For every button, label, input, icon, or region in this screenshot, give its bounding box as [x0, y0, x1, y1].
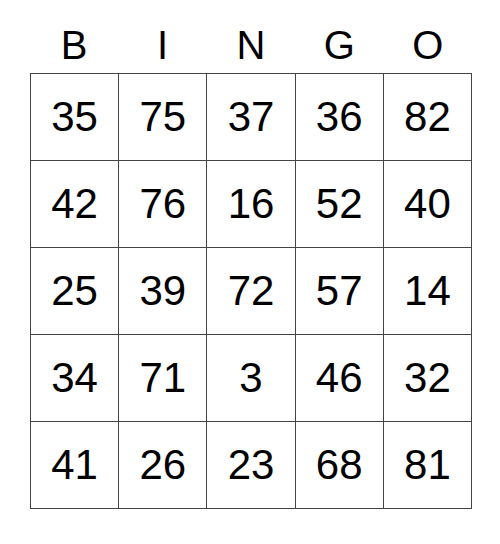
bingo-cell[interactable]: 72: [207, 248, 295, 335]
bingo-cell[interactable]: 25: [31, 248, 119, 335]
header-letter: I: [118, 25, 206, 73]
bingo-cell[interactable]: 46: [296, 335, 384, 422]
bingo-cell[interactable]: 40: [384, 161, 472, 248]
bingo-cell[interactable]: 71: [119, 335, 207, 422]
bingo-grid: 3575373682427616524025397257143471346324…: [30, 73, 472, 509]
header-letter: B: [30, 25, 118, 73]
bingo-cell[interactable]: 35: [31, 74, 119, 161]
bingo-cell[interactable]: 3: [207, 335, 295, 422]
bingo-cell[interactable]: 68: [296, 422, 384, 509]
bingo-cell[interactable]: 82: [384, 74, 472, 161]
bingo-cell[interactable]: 76: [119, 161, 207, 248]
bingo-cell[interactable]: 75: [119, 74, 207, 161]
header-letter: N: [207, 25, 295, 73]
bingo-cell[interactable]: 81: [384, 422, 472, 509]
bingo-cell[interactable]: 37: [207, 74, 295, 161]
bingo-cell[interactable]: 26: [119, 422, 207, 509]
header-letter: O: [384, 25, 472, 73]
bingo-cell[interactable]: 52: [296, 161, 384, 248]
header-letter: G: [295, 25, 383, 73]
bingo-cell[interactable]: 57: [296, 248, 384, 335]
bingo-cell[interactable]: 23: [207, 422, 295, 509]
bingo-cell[interactable]: 14: [384, 248, 472, 335]
bingo-cell[interactable]: 34: [31, 335, 119, 422]
bingo-header: BINGO: [30, 0, 472, 73]
bingo-cell[interactable]: 42: [31, 161, 119, 248]
bingo-cell[interactable]: 36: [296, 74, 384, 161]
bingo-cell[interactable]: 16: [207, 161, 295, 248]
bingo-cell[interactable]: 39: [119, 248, 207, 335]
bingo-cell[interactable]: 41: [31, 422, 119, 509]
bingo-cell[interactable]: 32: [384, 335, 472, 422]
bingo-card: BINGO 3575373682427616524025397257143471…: [30, 0, 472, 509]
